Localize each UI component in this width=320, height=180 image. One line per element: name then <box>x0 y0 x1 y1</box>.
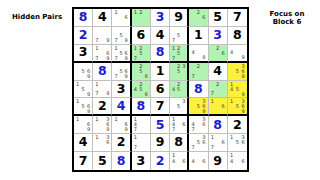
candidate-6: 6 <box>105 140 110 145</box>
cell-r6c4[interactable]: 8 <box>132 98 151 116</box>
solved-digit: 8 <box>156 46 165 59</box>
cell-r9c2[interactable]: 5 <box>93 152 112 170</box>
cell-r4c5[interactable]: 1 <box>151 63 170 81</box>
given-digit: 7 <box>233 11 242 24</box>
candidate-3: 3 <box>181 99 186 104</box>
cell-r9c3[interactable]: 8 <box>112 152 131 170</box>
cell-r3c9[interactable]: 49 <box>228 45 247 63</box>
cell-r8c7[interactable]: 3567 <box>189 134 208 152</box>
focus-label: Focus on Block 6 <box>256 10 318 26</box>
cell-r8c1[interactable]: 4 <box>74 134 93 152</box>
given-digit: 8 <box>174 136 183 149</box>
solved-digit: 8 <box>98 65 107 78</box>
candidates: 1257 <box>133 46 149 60</box>
candidate-1: 1 <box>94 82 99 87</box>
candidate-7: 7 <box>133 56 138 61</box>
candidate-1: 1 <box>94 46 99 51</box>
candidates: 3569 <box>229 64 246 79</box>
candidate-2: 2 <box>196 64 201 69</box>
candidate-2: 2 <box>215 82 220 87</box>
candidate-9: 9 <box>105 38 110 43</box>
cell-r5c4[interactable]: 2459 <box>132 81 151 99</box>
candidates: 179 <box>94 82 110 97</box>
cell-r1c3[interactable]: 16 <box>112 9 131 27</box>
cell-r7c8[interactable]: 8 <box>209 116 228 134</box>
cell-r9c7[interactable]: 46 <box>189 152 208 170</box>
candidate-9: 9 <box>143 92 148 97</box>
candidate-4: 4 <box>190 158 195 163</box>
cell-r6c8[interactable]: 16 <box>209 98 228 116</box>
candidate-6: 6 <box>240 140 246 145</box>
candidate-7: 7 <box>133 127 138 132</box>
candidate-9: 9 <box>105 91 110 96</box>
candidate-1: 1 <box>210 99 215 104</box>
candidate-9: 9 <box>240 55 246 60</box>
cell-r2c6[interactable]: 57 <box>170 27 189 45</box>
candidate-9: 9 <box>201 109 206 114</box>
candidates: 16 <box>113 10 128 25</box>
candidate-6: 6 <box>220 140 225 145</box>
candidates: 245 <box>171 82 186 97</box>
candidates: 49 <box>229 46 246 60</box>
cell-r2c4[interactable]: 6 <box>132 27 151 45</box>
candidate-6: 6 <box>124 15 129 20</box>
cell-r1c2[interactable]: 4 <box>93 9 112 27</box>
candidates: 259 <box>133 64 149 79</box>
solved-digit: 8 <box>136 100 145 113</box>
given-digit: 9 <box>174 11 183 24</box>
candidates: 79 <box>94 28 110 43</box>
candidates: 17 <box>133 135 149 150</box>
candidate-9: 9 <box>201 55 206 60</box>
candidate-7: 7 <box>94 91 99 96</box>
candidates: 27 <box>210 82 226 97</box>
cell-r5c2[interactable]: 179 <box>93 81 112 99</box>
solved-digit: 2 <box>79 29 88 42</box>
cell-r6c2[interactable]: 2 <box>93 98 112 116</box>
candidate-1: 1 <box>113 117 118 122</box>
cell-r3c5[interactable]: 8 <box>151 45 170 63</box>
candidate-9: 9 <box>143 74 148 79</box>
candidates: 35 <box>171 99 186 113</box>
given-digit: 4 <box>98 11 107 24</box>
candidates: 159 <box>75 82 91 97</box>
cell-r6c3[interactable]: 4 <box>112 98 131 116</box>
candidate-7: 7 <box>190 74 195 79</box>
solved-digit: 5 <box>156 119 165 132</box>
cell-r7c9[interactable]: 2 <box>228 116 247 134</box>
candidate-7: 7 <box>210 91 215 96</box>
candidate-9: 9 <box>124 127 129 132</box>
candidate-5: 5 <box>176 104 181 109</box>
candidate-1: 1 <box>210 135 215 140</box>
cell-r8c3[interactable]: 2 <box>112 134 131 152</box>
cell-r6c1[interactable]: 1569 <box>74 98 93 116</box>
cell-r2c8[interactable]: 3 <box>209 27 228 45</box>
given-digit: 3 <box>117 83 126 96</box>
candidates: 1356 <box>229 135 246 150</box>
candidate-7: 7 <box>171 38 176 43</box>
candidate-7: 7 <box>113 38 118 43</box>
cell-r1c8[interactable]: 5 <box>209 9 228 27</box>
given-digit: 2 <box>98 100 107 113</box>
candidates: 57 <box>171 28 186 43</box>
cell-r9c4[interactable]: 3 <box>132 152 151 170</box>
cell-r3c4[interactable]: 1257 <box>132 45 151 63</box>
candidates: 146 <box>171 153 186 169</box>
candidates: 46 <box>190 153 206 169</box>
given-digit: 2 <box>117 136 126 149</box>
candidate-1: 1 <box>94 117 99 122</box>
cell-r7c4[interactable]: 147 <box>132 116 151 134</box>
candidate-7: 7 <box>190 127 195 132</box>
candidates: 235 <box>171 64 186 79</box>
given-digit: 4 <box>156 29 165 42</box>
candidates: 49 <box>190 46 206 60</box>
given-digit: 3 <box>136 155 145 168</box>
candidates: 1679 <box>94 46 110 60</box>
cell-r2c1[interactable]: 2 <box>74 27 93 45</box>
candidate-5: 5 <box>176 33 181 38</box>
candidates: 136 <box>94 135 110 150</box>
cell-r5c8[interactable]: 27 <box>209 81 228 99</box>
candidate-1: 1 <box>113 10 118 15</box>
candidate-9: 9 <box>124 74 129 79</box>
cell-r4c2[interactable]: 8 <box>93 63 112 81</box>
cell-r7c5[interactable]: 5 <box>151 116 170 134</box>
candidate-6: 6 <box>220 104 225 109</box>
cell-r8c4[interactable]: 17 <box>132 134 151 152</box>
cell-r1c4[interactable]: 12 <box>132 9 151 27</box>
candidates: 1467 <box>171 117 186 132</box>
cell-r2c3[interactable]: 579 <box>112 27 131 45</box>
candidates: 579 <box>113 28 128 43</box>
cell-r8c5[interactable]: 9 <box>151 134 170 152</box>
given-digit: 2 <box>233 119 242 132</box>
cell-r1c7[interactable]: 26 <box>189 9 208 27</box>
candidate-9: 9 <box>240 109 246 114</box>
candidate-1: 1 <box>94 135 99 140</box>
cell-r3c1[interactable]: 3 <box>74 45 93 63</box>
given-digit: 6 <box>156 83 165 96</box>
focus-label-line1: Focus on <box>256 10 318 18</box>
focus-label-line2: Block 6 <box>256 18 318 26</box>
candidate-9: 9 <box>86 109 91 114</box>
cell-r3c7[interactable]: 49 <box>189 45 208 63</box>
cell-r7c1[interactable]: 169 <box>74 116 93 134</box>
technique-label: Hidden Pairs <box>6 13 68 21</box>
candidates: 3467 <box>190 117 206 132</box>
cell-r7c2[interactable]: 1369 <box>93 116 112 134</box>
given-digit: 1 <box>156 65 165 78</box>
candidates: 3567 <box>190 135 206 150</box>
cell-r4c7[interactable]: 27 <box>189 63 208 81</box>
candidates: 1257 <box>171 46 186 60</box>
cell-r6c5[interactable]: 7 <box>151 98 170 116</box>
candidates: 569 <box>75 64 91 79</box>
candidate-9: 9 <box>86 92 91 97</box>
candidate-9: 9 <box>240 92 246 97</box>
cell-r6c9[interactable]: 13569 <box>228 98 247 116</box>
solved-digit: 4 <box>117 100 126 113</box>
cell-r2c5[interactable]: 4 <box>151 27 170 45</box>
candidate-2: 2 <box>138 10 143 15</box>
candidate-6: 6 <box>240 158 246 163</box>
cell-r3c3[interactable]: 15679 <box>112 45 131 63</box>
given-digit: 9 <box>156 136 165 149</box>
solved-digit: 3 <box>156 11 165 24</box>
cell-r8c2[interactable]: 136 <box>93 134 112 152</box>
cell-r9c9[interactable]: 146 <box>228 152 247 170</box>
given-digit: 8 <box>233 29 242 42</box>
candidate-3: 3 <box>181 64 186 69</box>
candidates: 16 <box>210 99 226 113</box>
cell-r9c8[interactable]: 9 <box>209 152 228 170</box>
candidates: 1369 <box>94 117 110 132</box>
cell-r4c8[interactable]: 4 <box>209 63 228 81</box>
candidate-5: 5 <box>176 51 181 56</box>
candidate-4: 4 <box>171 158 176 163</box>
cell-r9c6[interactable]: 146 <box>170 152 189 170</box>
solved-digit: 3 <box>213 29 222 42</box>
candidate-6: 6 <box>181 122 186 127</box>
cell-r1c6[interactable]: 9 <box>170 9 189 27</box>
given-digit: 9 <box>213 155 222 168</box>
cell-r7c6[interactable]: 1467 <box>170 116 189 134</box>
candidate-5: 5 <box>176 87 181 92</box>
candidates: 1459 <box>229 82 246 97</box>
sudoku-grid: 8416123926572795796457138316791567912578… <box>72 7 249 172</box>
candidates: 5679 <box>113 64 128 79</box>
candidate-1: 1 <box>133 135 138 140</box>
cell-r4c4[interactable]: 259 <box>132 63 151 81</box>
candidates: 167 <box>210 135 226 150</box>
solved-digit: 8 <box>117 155 126 168</box>
candidate-7: 7 <box>171 127 176 132</box>
given-digit: 4 <box>213 65 222 78</box>
candidate-6: 6 <box>201 122 206 127</box>
candidate-9: 9 <box>86 74 91 79</box>
cell-r7c3[interactable]: 169 <box>112 116 131 134</box>
candidate-7: 7 <box>113 56 118 61</box>
solved-digit: 2 <box>156 155 165 168</box>
given-digit: 4 <box>79 136 88 149</box>
given-digit: 3 <box>79 46 88 59</box>
cell-r6c7[interactable]: 3569 <box>189 98 208 116</box>
cell-r9c5[interactable]: 2 <box>151 152 170 170</box>
candidate-5: 5 <box>176 69 181 74</box>
candidate-4: 4 <box>229 158 235 163</box>
candidates: 169 <box>113 117 128 132</box>
solved-digit: 8 <box>213 119 222 132</box>
cell-r4c3[interactable]: 5679 <box>112 63 131 81</box>
candidate-7: 7 <box>210 145 215 150</box>
cell-r4c9[interactable]: 3569 <box>228 63 247 81</box>
candidate-9: 9 <box>105 127 110 132</box>
cell-r8c9[interactable]: 1356 <box>228 134 247 152</box>
candidate-9: 9 <box>105 56 110 61</box>
candidates: 26 <box>190 10 206 25</box>
candidate-9: 9 <box>240 74 246 79</box>
cell-r5c3[interactable]: 3 <box>112 81 131 99</box>
cell-r9c1[interactable]: 7 <box>74 152 93 170</box>
candidates: 26 <box>210 46 226 60</box>
candidate-7: 7 <box>94 38 99 43</box>
cell-r2c7[interactable]: 1 <box>189 27 208 45</box>
candidates: 147 <box>133 117 149 132</box>
candidate-6: 6 <box>181 158 186 163</box>
candidate-1: 1 <box>75 117 80 122</box>
candidate-4: 4 <box>190 50 195 55</box>
cell-r3c8[interactable]: 26 <box>209 45 228 63</box>
cell-r8c8[interactable]: 167 <box>209 134 228 152</box>
candidate-9: 9 <box>124 38 129 43</box>
cell-r5c7[interactable]: 8 <box>189 81 208 99</box>
cell-r5c5[interactable]: 6 <box>151 81 170 99</box>
candidates: 146 <box>229 153 246 169</box>
solved-digit: 8 <box>194 83 203 96</box>
cell-r1c9[interactable]: 7 <box>228 9 247 27</box>
cell-r1c1[interactable]: 8 <box>74 9 93 27</box>
given-digit: 5 <box>213 11 222 24</box>
candidate-7: 7 <box>113 74 118 79</box>
cell-r2c2[interactable]: 79 <box>93 27 112 45</box>
candidate-6: 6 <box>201 140 206 145</box>
candidates: 3569 <box>190 99 206 113</box>
given-digit: 6 <box>136 29 145 42</box>
solved-digit: 8 <box>79 11 88 24</box>
given-digit: 1 <box>194 29 203 42</box>
candidates: 13569 <box>229 99 246 113</box>
candidate-6: 6 <box>220 51 225 56</box>
cell-r5c6[interactable]: 245 <box>170 81 189 99</box>
candidates: 169 <box>75 117 91 132</box>
candidate-7: 7 <box>171 56 176 61</box>
cell-r3c2[interactable]: 1679 <box>93 45 112 63</box>
candidate-9: 9 <box>86 127 91 132</box>
given-digit: 7 <box>79 155 88 168</box>
cell-r5c9[interactable]: 1459 <box>228 81 247 99</box>
candidates: 15679 <box>113 46 128 60</box>
given-digit: 7 <box>156 100 165 113</box>
candidates: 2459 <box>133 82 149 97</box>
candidate-5: 5 <box>138 51 143 56</box>
cell-r8c6[interactable]: 8 <box>170 134 189 152</box>
cell-r3c6[interactable]: 1257 <box>170 45 189 63</box>
candidate-6: 6 <box>201 158 206 163</box>
candidates: 12 <box>133 10 149 25</box>
cell-r4c6[interactable]: 235 <box>170 63 189 81</box>
cell-r7c7[interactable]: 3467 <box>189 116 208 134</box>
cell-r4c1[interactable]: 569 <box>74 63 93 81</box>
candidate-7: 7 <box>133 145 138 150</box>
candidate-7: 7 <box>94 56 99 61</box>
given-digit: 5 <box>98 155 107 168</box>
candidates: 1569 <box>75 99 91 113</box>
cell-r2c9[interactable]: 8 <box>228 27 247 45</box>
cell-r5c1[interactable]: 159 <box>74 81 93 99</box>
candidate-4: 4 <box>229 50 235 55</box>
cell-r1c5[interactable]: 3 <box>151 9 170 27</box>
candidate-7: 7 <box>190 145 195 150</box>
candidate-6: 6 <box>201 15 206 20</box>
candidate-9: 9 <box>124 56 129 61</box>
candidates: 27 <box>190 64 206 79</box>
cell-r6c6[interactable]: 35 <box>170 98 189 116</box>
